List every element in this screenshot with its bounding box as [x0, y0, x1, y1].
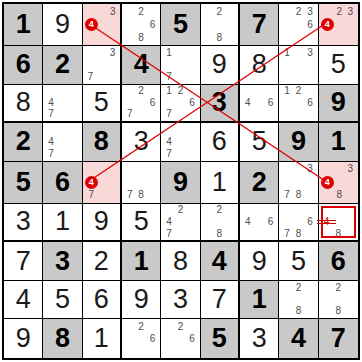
cell-r6c7[interactable]: 46: [240, 204, 279, 243]
given-digit: 2: [16, 128, 31, 155]
cell-r7c7[interactable]: 9: [240, 242, 279, 281]
candidate-1: 1: [281, 86, 292, 98]
candidate-8: 8: [293, 228, 304, 240]
cell-r9c1[interactable]: 9: [4, 319, 43, 358]
given-digit: 1: [134, 248, 149, 275]
solved-digit: 5: [94, 89, 109, 116]
cell-r3c6[interactable]: 3: [201, 85, 240, 124]
candidate-7: 7: [281, 189, 292, 202]
solved-digit: 7: [212, 286, 227, 313]
candidate-3: 3: [345, 5, 356, 18]
candidate-2: 2: [175, 205, 186, 217]
cell-r6c3[interactable]: 9: [83, 204, 122, 243]
candidate-grid: 17: [161, 46, 199, 84]
candidate-8: 8: [332, 306, 344, 318]
cell-r8c9[interactable]: 28: [319, 281, 358, 320]
candidate-4: 4: [163, 216, 174, 228]
candidate-7: 7: [124, 109, 135, 121]
solved-digit: 3: [252, 325, 267, 352]
candidate-1: 1: [163, 86, 174, 98]
candidate-1: 1: [163, 47, 174, 59]
given-digit: 4: [291, 325, 306, 352]
cell-r5c2[interactable]: 6: [43, 162, 82, 204]
candidate-grid: 267: [122, 85, 160, 122]
cell-r7c2[interactable]: 3: [43, 242, 82, 281]
candidate-3: 3: [107, 47, 118, 59]
circled-candidate-4: 4: [321, 176, 334, 189]
candidate-2: 2: [293, 282, 304, 294]
candidate-2: 2: [214, 5, 225, 18]
solved-digit: 9: [94, 208, 109, 235]
candidate-8: 8: [332, 228, 344, 240]
candidate-8: 8: [135, 189, 146, 202]
sudoku-app: 1934268528723623462374179813584752671267…: [0, 0, 362, 362]
cell-r5c8[interactable]: 378: [279, 162, 318, 204]
candidate-7: 7: [281, 228, 292, 240]
cell-r7c9[interactable]: 6: [319, 242, 358, 281]
cell-r1c8[interactable]: 236: [279, 4, 318, 46]
cell-r4c1[interactable]: 2: [4, 123, 43, 162]
sudoku-grid: 1934268528723623462374179813584752671267…: [4, 4, 358, 358]
solved-digit: 2: [94, 248, 109, 275]
cell-r2c1[interactable]: 6: [4, 46, 43, 85]
candidate-grid: 47: [43, 85, 81, 122]
cell-r5c1[interactable]: 5: [4, 162, 43, 204]
candidate-grid: 37: [83, 46, 120, 84]
solved-digit: 3: [16, 208, 31, 235]
sudoku-board: 1934268528723623462374179813584752671267…: [2, 2, 360, 360]
candidate-grid: 28: [319, 281, 358, 319]
candidate-grid: 1267: [161, 85, 199, 122]
solved-digit: 9: [212, 51, 227, 78]
candidate-6: 6: [147, 97, 158, 109]
cell-r8c5[interactable]: 3: [161, 281, 200, 320]
given-digit: 1: [331, 128, 346, 155]
candidate-6: 6: [304, 97, 315, 109]
candidate-2: 2: [175, 320, 186, 332]
candidate-grid: 348: [319, 162, 358, 203]
given-digit: 9: [331, 89, 346, 116]
solved-digit: 8: [173, 248, 188, 275]
solved-digit: 5: [291, 248, 306, 275]
cell-r2c3[interactable]: 37: [83, 46, 122, 85]
cell-r3c3[interactable]: 5: [83, 85, 122, 124]
cell-r4c2[interactable]: 47: [43, 123, 82, 162]
cell-r2c5[interactable]: 17: [161, 46, 200, 85]
cell-r8c1[interactable]: 4: [4, 281, 43, 320]
candidate-2: 2: [135, 5, 146, 18]
candidate-7: 7: [45, 148, 56, 160]
candidate-6: 6: [304, 18, 315, 31]
cell-r2c9[interactable]: 5: [319, 46, 358, 85]
candidate-grid: 236: [279, 4, 317, 45]
candidate-3: 3: [108, 5, 118, 18]
cell-r3c7[interactable]: 46: [240, 85, 279, 124]
candidate-grid: 13: [279, 46, 317, 84]
candidate-8: 8: [293, 189, 304, 202]
candidate-grid: 34: [83, 4, 120, 45]
candidate-3: 3: [345, 163, 356, 176]
given-digit: 3: [55, 248, 70, 275]
solved-digit: 1: [55, 208, 70, 235]
given-digit: 2: [55, 51, 70, 78]
candidate-2: 2: [293, 86, 304, 98]
cell-r7c3[interactable]: 2: [83, 242, 122, 281]
cell-r5c4[interactable]: 78: [122, 162, 161, 204]
candidate-grid: 28: [201, 4, 238, 45]
candidate-7: 7: [85, 71, 96, 83]
given-digit: 8: [94, 128, 109, 155]
cell-r1c1[interactable]: 1: [4, 4, 43, 46]
cell-r4c9[interactable]: 1: [319, 123, 358, 162]
cell-r7c5[interactable]: 8: [161, 242, 200, 281]
candidate-7: 7: [124, 189, 135, 202]
candidate-1: 1: [281, 47, 292, 59]
cell-r2c2[interactable]: 2: [43, 46, 82, 85]
cell-r1c9[interactable]: 234: [319, 4, 358, 46]
cell-r9c5[interactable]: 26: [161, 319, 200, 358]
candidate-7: 7: [163, 148, 174, 160]
candidate-2: 2: [332, 282, 344, 294]
given-digit: 7: [252, 11, 267, 38]
candidate-grid: 28: [201, 204, 238, 241]
cell-r6c1[interactable]: 3: [4, 204, 43, 243]
given-digit: 9: [291, 128, 306, 155]
cell-r1c7[interactable]: 7: [240, 4, 279, 46]
candidate-grid: 28: [279, 281, 317, 319]
candidate-grid: 48: [319, 204, 358, 241]
cell-r7c4[interactable]: 1: [122, 242, 161, 281]
candidate-grid: 26: [161, 319, 199, 358]
cell-r7c6[interactable]: 4: [201, 242, 240, 281]
cell-r9c8[interactable]: 4: [279, 319, 318, 358]
candidate-grid: 247: [161, 204, 199, 241]
cell-r2c6[interactable]: 9: [201, 46, 240, 85]
cell-r8c4[interactable]: 9: [122, 281, 161, 320]
solved-digit: 1: [212, 169, 227, 196]
circled-candidate-4: 4: [85, 18, 98, 31]
cell-r8c7[interactable]: 1: [240, 281, 279, 320]
given-digit: 4: [134, 51, 149, 78]
cell-r1c2[interactable]: 9: [43, 4, 82, 46]
cell-r5c7[interactable]: 2: [240, 162, 279, 204]
candidate-6: 6: [186, 333, 197, 345]
solved-digit: 5: [331, 51, 346, 78]
candidate-6: 6: [265, 97, 276, 109]
candidate-grid: 46: [240, 85, 278, 122]
cell-r2c4[interactable]: 4: [122, 46, 161, 85]
candidate-8: 8: [135, 31, 146, 44]
cell-r9c7[interactable]: 3: [240, 319, 279, 358]
given-digit: 1: [252, 286, 267, 313]
given-digit: 6: [16, 51, 31, 78]
candidate-grid: 126: [279, 85, 317, 122]
solved-digit: 5: [252, 128, 267, 155]
candidate-8: 8: [293, 306, 304, 318]
cell-r2c8[interactable]: 13: [279, 46, 318, 85]
cell-r9c2[interactable]: 8: [43, 319, 82, 358]
cell-r8c2[interactable]: 5: [43, 281, 82, 320]
cell-r8c8[interactable]: 28: [279, 281, 318, 320]
candidate-4: 4: [163, 136, 174, 148]
cell-r3c1[interactable]: 8: [4, 85, 43, 124]
cell-r1c3[interactable]: 34: [83, 4, 122, 46]
given-digit: 4: [212, 248, 227, 275]
candidate-grid: 26: [122, 319, 160, 358]
eliminated-candidate-4: 4: [321, 216, 333, 228]
cell-r1c5[interactable]: 5: [161, 4, 200, 46]
circled-candidate-4: 4: [321, 18, 334, 31]
candidate-7: 7: [163, 71, 174, 83]
given-digit: 9: [173, 169, 188, 196]
candidate-grid: 47: [43, 123, 81, 161]
candidate-grid: 46: [240, 204, 278, 241]
solved-digit: 3: [134, 128, 149, 155]
cell-r1c4[interactable]: 268: [122, 4, 161, 46]
candidate-4: 4: [45, 97, 56, 109]
candidate-6: 6: [304, 216, 315, 228]
candidate-8: 8: [214, 31, 225, 44]
cell-r7c1[interactable]: 7: [4, 242, 43, 281]
cell-r7c8[interactable]: 5: [279, 242, 318, 281]
candidate-7: 7: [163, 109, 174, 121]
solved-digit: 1: [94, 325, 109, 352]
cell-r6c2[interactable]: 1: [43, 204, 82, 243]
solved-digit: 8: [16, 89, 31, 116]
candidate-2: 2: [135, 320, 146, 332]
candidate-7: 7: [163, 228, 174, 240]
cell-r4c4[interactable]: 3: [122, 123, 161, 162]
cell-r5c5[interactable]: 9: [161, 162, 200, 204]
cell-r4c7[interactable]: 5: [240, 123, 279, 162]
candidate-2: 2: [175, 86, 186, 98]
solved-digit: 9: [134, 286, 149, 313]
solved-digit: 9: [252, 248, 267, 275]
candidate-4: 4: [242, 216, 253, 228]
candidate-3: 3: [304, 47, 315, 59]
cell-r5c3[interactable]: 47: [83, 162, 122, 204]
cell-r5c9[interactable]: 348: [319, 162, 358, 204]
cell-r6c9[interactable]: 48: [319, 204, 358, 243]
candidate-4: 4: [45, 136, 56, 148]
candidate-7: 7: [45, 109, 56, 121]
given-digit: 8: [55, 325, 70, 352]
given-digit: 5: [173, 11, 188, 38]
cell-r3c2[interactable]: 47: [43, 85, 82, 124]
candidate-grid: 234: [319, 4, 358, 45]
cell-r9c6[interactable]: 5: [201, 319, 240, 358]
solved-digit: 7: [16, 248, 31, 275]
solved-digit: 5: [134, 208, 149, 235]
solved-digit: 5: [55, 286, 70, 313]
given-digit: 7: [331, 325, 346, 352]
solved-digit: 6: [212, 128, 227, 155]
given-digit: 6: [55, 169, 70, 196]
cell-r5c6[interactable]: 1: [201, 162, 240, 204]
solved-digit: 9: [55, 11, 70, 38]
cell-r8c3[interactable]: 6: [83, 281, 122, 320]
cell-r4c8[interactable]: 9: [279, 123, 318, 162]
given-digit: 2: [252, 169, 267, 196]
candidate-6: 6: [265, 216, 276, 228]
cell-r1c6[interactable]: 28: [201, 4, 240, 46]
solved-digit: 9: [16, 325, 31, 352]
cell-r9c4[interactable]: 26: [122, 319, 161, 358]
given-digit: 6: [331, 248, 346, 275]
candidate-6: 6: [147, 18, 158, 31]
candidate-6: 6: [186, 97, 197, 109]
cell-r6c6[interactable]: 28: [201, 204, 240, 243]
candidate-grid: 47: [83, 162, 120, 203]
cell-r3c5[interactable]: 1267: [161, 85, 200, 124]
candidate-8: 8: [214, 228, 225, 240]
candidate-7: 7: [85, 189, 98, 202]
cell-r3c9[interactable]: 9: [319, 85, 358, 124]
candidate-3: 3: [304, 163, 315, 176]
cell-r3c4[interactable]: 267: [122, 85, 161, 124]
cell-r6c5[interactable]: 247: [161, 204, 200, 243]
candidate-2: 2: [135, 86, 146, 98]
cell-r3c8[interactable]: 126: [279, 85, 318, 124]
solved-digit: 8: [252, 51, 267, 78]
candidate-grid: 47: [161, 123, 199, 161]
solved-digit: 3: [173, 286, 188, 313]
cell-r6c8[interactable]: 678: [279, 204, 318, 243]
given-digit: 5: [16, 169, 31, 196]
candidate-3: 3: [304, 5, 315, 18]
candidate-6: 6: [147, 333, 158, 345]
candidate-grid: 78: [122, 162, 160, 203]
cell-r6c4[interactable]: 5: [122, 204, 161, 243]
given-digit: 5: [212, 325, 227, 352]
candidate-8: 8: [334, 189, 345, 202]
cell-r4c5[interactable]: 47: [161, 123, 200, 162]
candidate-4: 4: [242, 97, 253, 109]
cell-r4c3[interactable]: 8: [83, 123, 122, 162]
given-digit: 1: [16, 11, 31, 38]
solved-digit: 6: [94, 286, 109, 313]
cell-r8c6[interactable]: 7: [201, 281, 240, 320]
cell-r2c7[interactable]: 8: [240, 46, 279, 85]
candidate-2: 2: [214, 205, 225, 217]
cell-r4c6[interactable]: 6: [201, 123, 240, 162]
candidate-grid: 378: [279, 162, 317, 203]
candidate-grid: 678: [279, 204, 317, 241]
candidate-2: 2: [293, 5, 304, 18]
circled-candidate-4: 4: [85, 176, 98, 189]
cell-r9c9[interactable]: 7: [319, 319, 358, 358]
candidate-grid: 268: [122, 4, 160, 45]
solved-digit: 4: [16, 286, 31, 313]
cell-r9c3[interactable]: 1: [83, 319, 122, 358]
candidate-2: 2: [334, 5, 345, 18]
given-digit: 3: [212, 89, 227, 116]
